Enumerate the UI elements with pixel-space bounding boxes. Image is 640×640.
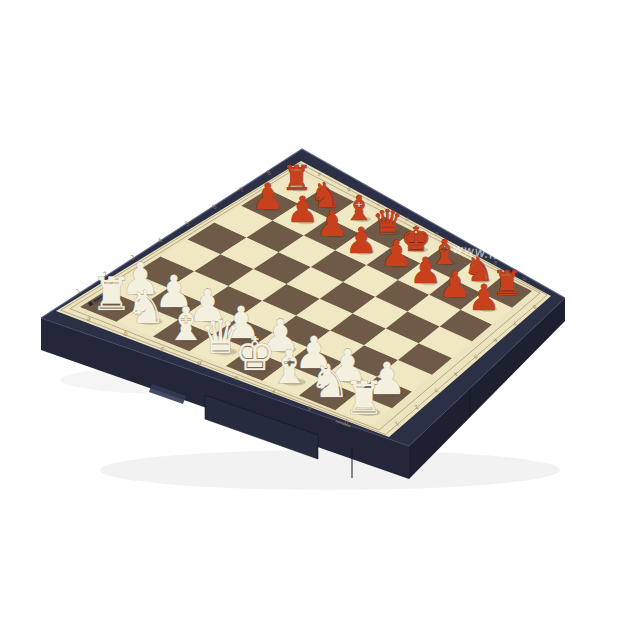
product-photo: aabbccddeeffgghh1122334455667788♜♞♟♝♟♛♟♚… (0, 0, 640, 640)
piece-red-pawn-e7: ♟ (380, 233, 412, 274)
piece-red-pawn-f7: ♟ (409, 250, 441, 291)
piece-red-pawn-h7: ♟ (468, 277, 500, 318)
piece-white-rook-h1: ♜ (343, 371, 384, 425)
floor-shadow (100, 450, 560, 490)
piece-red-pawn-g7: ♟ (439, 264, 471, 305)
piece-red-pawn-a7: ♟ (252, 176, 284, 217)
chess-set-photo: aabbccddeeffgghh1122334455667788♜♞♟♝♟♛♟♚… (0, 0, 640, 640)
piece-white-knight-b1: ♞ (125, 280, 166, 334)
piece-white-bishop-f1: ♝ (269, 340, 310, 394)
piece-red-pawn-b7: ♟ (287, 189, 319, 230)
piece-red-pawn-c7: ♟ (316, 203, 348, 244)
piece-red-pawn-d7: ♟ (345, 220, 377, 261)
